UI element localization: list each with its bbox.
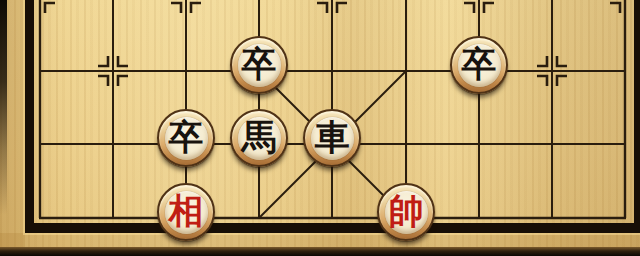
piece-glyph: 卒 [169, 120, 204, 155]
piece-glyph: 帥 [389, 194, 424, 229]
piece-red-elephant[interactable]: 相 [157, 183, 215, 241]
piece-glyph: 馬 [242, 120, 277, 155]
screen-edge-shadow-left [0, 0, 7, 215]
piece-glyph: 相 [169, 194, 204, 229]
piece-red-general[interactable]: 帥 [377, 183, 435, 241]
piece-face: 馬 [238, 117, 281, 160]
piece-face: 卒 [165, 117, 208, 160]
piece-glyph: 卒 [242, 47, 277, 82]
piece-face: 卒 [458, 44, 501, 87]
piece-glyph: 車 [315, 120, 350, 155]
piece-glyph: 卒 [462, 47, 497, 82]
piece-face: 車 [311, 117, 354, 160]
piece-face: 卒 [238, 44, 281, 87]
screen-edge-shadow-bottom [0, 247, 640, 256]
piece-black-soldier-3[interactable]: 卒 [157, 109, 215, 167]
piece-black-horse[interactable]: 馬 [230, 109, 288, 167]
xiangqi-board[interactable]: 卒卒卒馬車相帥 [0, 0, 640, 256]
piece-black-soldier-2[interactable]: 卒 [450, 36, 508, 94]
piece-black-soldier-1[interactable]: 卒 [230, 36, 288, 94]
piece-black-chariot[interactable]: 車 [303, 109, 361, 167]
piece-face: 相 [165, 191, 208, 234]
piece-face: 帥 [385, 191, 428, 234]
